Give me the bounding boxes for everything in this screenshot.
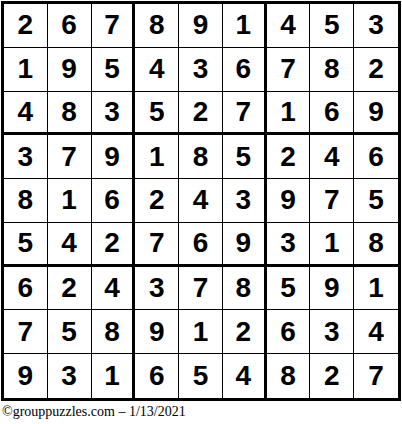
cell-r1c8: 5 — [310, 4, 354, 48]
cell-r8c1: 7 — [4, 310, 48, 354]
cell-r2c4: 4 — [135, 48, 179, 92]
cell-r5c8: 7 — [310, 179, 354, 223]
cell-r8c6: 2 — [223, 310, 267, 354]
cell-r2c5: 3 — [179, 48, 223, 92]
cell-r7c1: 6 — [4, 267, 48, 311]
cell-r8c5: 1 — [179, 310, 223, 354]
cell-r9c5: 5 — [179, 354, 223, 398]
cell-r3c2: 8 — [48, 92, 92, 136]
cell-r1c7: 4 — [267, 4, 311, 48]
cell-r7c8: 9 — [310, 267, 354, 311]
cell-r7c9: 1 — [354, 267, 398, 311]
cell-r4c2: 7 — [48, 135, 92, 179]
cell-r1c9: 3 — [354, 4, 398, 48]
cell-r7c2: 2 — [48, 267, 92, 311]
cell-r8c2: 5 — [48, 310, 92, 354]
cell-r3c9: 9 — [354, 92, 398, 136]
cell-r9c2: 3 — [48, 354, 92, 398]
cell-r1c5: 9 — [179, 4, 223, 48]
cell-r3c5: 2 — [179, 92, 223, 136]
cell-r4c9: 6 — [354, 135, 398, 179]
cell-r6c3: 2 — [92, 223, 136, 267]
cell-r3c1: 4 — [4, 92, 48, 136]
cell-r1c3: 7 — [92, 4, 136, 48]
cell-r4c8: 4 — [310, 135, 354, 179]
cell-r9c7: 8 — [267, 354, 311, 398]
cell-r4c7: 2 — [267, 135, 311, 179]
cell-r5c4: 2 — [135, 179, 179, 223]
cell-r3c3: 3 — [92, 92, 136, 136]
cell-r9c1: 9 — [4, 354, 48, 398]
cell-r6c4: 7 — [135, 223, 179, 267]
cell-r7c3: 4 — [92, 267, 136, 311]
cell-r8c3: 8 — [92, 310, 136, 354]
cell-r6c2: 4 — [48, 223, 92, 267]
cell-r5c2: 1 — [48, 179, 92, 223]
cell-r4c4: 1 — [135, 135, 179, 179]
cell-r2c7: 7 — [267, 48, 311, 92]
cell-r3c8: 6 — [310, 92, 354, 136]
cell-r6c8: 1 — [310, 223, 354, 267]
cell-r7c5: 7 — [179, 267, 223, 311]
cell-r6c9: 8 — [354, 223, 398, 267]
cell-r8c7: 6 — [267, 310, 311, 354]
cell-r7c6: 8 — [223, 267, 267, 311]
cell-r8c9: 4 — [354, 310, 398, 354]
cell-r2c8: 8 — [310, 48, 354, 92]
cell-r2c9: 2 — [354, 48, 398, 92]
cell-r2c6: 6 — [223, 48, 267, 92]
cell-r5c7: 9 — [267, 179, 311, 223]
cell-r2c3: 5 — [92, 48, 136, 92]
cell-r5c3: 6 — [92, 179, 136, 223]
cell-r3c4: 5 — [135, 92, 179, 136]
cell-r3c7: 1 — [267, 92, 311, 136]
cell-r6c5: 6 — [179, 223, 223, 267]
cell-r1c6: 1 — [223, 4, 267, 48]
cell-r4c1: 3 — [4, 135, 48, 179]
cell-r4c3: 9 — [92, 135, 136, 179]
cell-r6c7: 3 — [267, 223, 311, 267]
cell-r9c6: 4 — [223, 354, 267, 398]
cell-r1c1: 2 — [4, 4, 48, 48]
cell-r2c2: 9 — [48, 48, 92, 92]
cell-r8c4: 9 — [135, 310, 179, 354]
cell-r2c1: 1 — [4, 48, 48, 92]
cell-r9c9: 7 — [354, 354, 398, 398]
cell-r5c5: 4 — [179, 179, 223, 223]
cell-r5c9: 5 — [354, 179, 398, 223]
cell-r4c6: 5 — [223, 135, 267, 179]
cell-r1c2: 6 — [48, 4, 92, 48]
cell-r3c6: 7 — [223, 92, 267, 136]
cell-r8c8: 3 — [310, 310, 354, 354]
cell-r7c7: 5 — [267, 267, 311, 311]
cell-r9c4: 6 — [135, 354, 179, 398]
cell-r7c4: 3 — [135, 267, 179, 311]
cell-r6c6: 9 — [223, 223, 267, 267]
copyright-credit: ©grouppuzzles.com – 1/13/2021 — [2, 404, 402, 420]
cell-r5c6: 3 — [223, 179, 267, 223]
cell-r9c3: 1 — [92, 354, 136, 398]
cell-r9c8: 2 — [310, 354, 354, 398]
sudoku-board: 2678914531954367824835271693791852468162… — [1, 1, 401, 401]
cell-r1c4: 8 — [135, 4, 179, 48]
cell-r4c5: 8 — [179, 135, 223, 179]
cell-r5c1: 8 — [4, 179, 48, 223]
cell-r6c1: 5 — [4, 223, 48, 267]
